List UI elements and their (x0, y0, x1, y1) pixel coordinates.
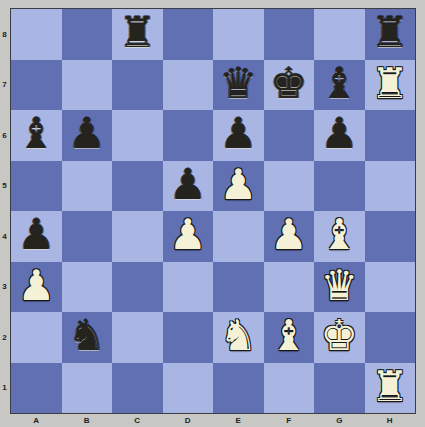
chess-board: ♜♜♛♚♝♜♝♟♟♟♟♟♟♟♟♝♟♛♞♞♝♚♜ (10, 8, 416, 414)
square-c5[interactable] (112, 161, 163, 212)
square-e8[interactable] (213, 9, 264, 60)
white-pawn-f4[interactable]: ♟ (270, 214, 308, 256)
square-a6[interactable]: ♝ (11, 110, 62, 161)
square-h5[interactable] (365, 161, 416, 212)
square-e5[interactable]: ♟ (213, 161, 264, 212)
square-f8[interactable] (264, 9, 315, 60)
square-h2[interactable] (365, 312, 416, 363)
square-g3[interactable]: ♛ (314, 262, 365, 313)
square-h6[interactable] (365, 110, 416, 161)
square-d7[interactable] (163, 60, 214, 111)
black-pawn-d5[interactable]: ♟ (169, 164, 207, 206)
square-e3[interactable] (213, 262, 264, 313)
white-bishop-f2[interactable]: ♝ (270, 315, 308, 357)
square-e4[interactable] (213, 211, 264, 262)
square-d1[interactable] (163, 363, 214, 414)
square-a5[interactable] (11, 161, 62, 212)
white-pawn-e5[interactable]: ♟ (219, 164, 257, 206)
square-h1[interactable]: ♜ (365, 363, 416, 414)
square-c7[interactable] (112, 60, 163, 111)
square-h4[interactable] (365, 211, 416, 262)
square-d8[interactable] (163, 9, 214, 60)
square-b5[interactable] (62, 161, 113, 212)
white-pawn-a3[interactable]: ♟ (17, 265, 55, 307)
black-pawn-b6[interactable]: ♟ (68, 113, 106, 155)
white-queen-g3[interactable]: ♛ (320, 265, 358, 307)
square-g5[interactable] (314, 161, 365, 212)
file-labels: ABCDEFGH (11, 413, 415, 427)
square-f2[interactable]: ♝ (264, 312, 315, 363)
file-label-f: F (264, 413, 315, 427)
square-d5[interactable]: ♟ (163, 161, 214, 212)
square-e1[interactable] (213, 363, 264, 414)
rank-label-8: 8 (0, 9, 9, 60)
square-b6[interactable]: ♟ (62, 110, 113, 161)
square-g4[interactable]: ♝ (314, 211, 365, 262)
white-rook-h1[interactable]: ♜ (371, 366, 409, 408)
square-c6[interactable] (112, 110, 163, 161)
file-label-g: G (314, 413, 365, 427)
square-b3[interactable] (62, 262, 113, 313)
file-label-e: E (213, 413, 264, 427)
square-b2[interactable]: ♞ (62, 312, 113, 363)
square-a7[interactable] (11, 60, 62, 111)
square-a3[interactable]: ♟ (11, 262, 62, 313)
black-king-f7[interactable]: ♚ (270, 63, 308, 105)
square-d4[interactable]: ♟ (163, 211, 214, 262)
rank-label-6: 6 (0, 110, 9, 161)
square-d2[interactable] (163, 312, 214, 363)
square-d6[interactable] (163, 110, 214, 161)
square-b8[interactable] (62, 9, 113, 60)
file-label-a: A (11, 413, 62, 427)
file-label-h: H (365, 413, 416, 427)
square-e2[interactable]: ♞ (213, 312, 264, 363)
square-c2[interactable] (112, 312, 163, 363)
black-queen-e7[interactable]: ♛ (219, 63, 257, 105)
square-h7[interactable]: ♜ (365, 60, 416, 111)
white-pawn-d4[interactable]: ♟ (169, 214, 207, 256)
black-pawn-a4[interactable]: ♟ (17, 214, 55, 256)
square-d3[interactable] (163, 262, 214, 313)
square-a4[interactable]: ♟ (11, 211, 62, 262)
rank-label-4: 4 (0, 211, 9, 262)
square-g7[interactable]: ♝ (314, 60, 365, 111)
square-f5[interactable] (264, 161, 315, 212)
white-rook-h7[interactable]: ♜ (371, 63, 409, 105)
black-pawn-g6[interactable]: ♟ (320, 113, 358, 155)
square-a2[interactable] (11, 312, 62, 363)
black-pawn-e6[interactable]: ♟ (219, 113, 257, 155)
square-g1[interactable] (314, 363, 365, 414)
file-label-c: C (112, 413, 163, 427)
square-a1[interactable] (11, 363, 62, 414)
black-rook-h8[interactable]: ♜ (371, 12, 409, 54)
square-c4[interactable] (112, 211, 163, 262)
black-bishop-a6[interactable]: ♝ (17, 113, 55, 155)
square-e6[interactable]: ♟ (213, 110, 264, 161)
black-rook-c8[interactable]: ♜ (118, 12, 156, 54)
black-knight-b2[interactable]: ♞ (68, 315, 106, 357)
square-c8[interactable]: ♜ (112, 9, 163, 60)
square-h8[interactable]: ♜ (365, 9, 416, 60)
rank-label-2: 2 (0, 312, 9, 363)
rank-label-3: 3 (0, 262, 9, 313)
square-g8[interactable] (314, 9, 365, 60)
board-frame: 87654321 ♜♜♛♚♝♜♝♟♟♟♟♟♟♟♟♝♟♛♞♞♝♚♜ ABCDEFG… (0, 0, 425, 427)
square-g6[interactable]: ♟ (314, 110, 365, 161)
square-e7[interactable]: ♛ (213, 60, 264, 111)
square-c3[interactable] (112, 262, 163, 313)
square-f1[interactable] (264, 363, 315, 414)
square-b1[interactable] (62, 363, 113, 414)
rank-label-7: 7 (0, 60, 9, 111)
rank-label-1: 1 (0, 363, 9, 414)
square-b4[interactable] (62, 211, 113, 262)
white-bishop-g4[interactable]: ♝ (320, 214, 358, 256)
file-label-b: B (62, 413, 113, 427)
black-bishop-g7[interactable]: ♝ (320, 63, 358, 105)
file-label-d: D (163, 413, 214, 427)
square-f4[interactable]: ♟ (264, 211, 315, 262)
white-king-g2[interactable]: ♚ (320, 315, 358, 357)
square-h3[interactable] (365, 262, 416, 313)
square-b7[interactable] (62, 60, 113, 111)
white-knight-e2[interactable]: ♞ (219, 315, 257, 357)
rank-labels: 87654321 (0, 9, 9, 413)
square-g2[interactable]: ♚ (314, 312, 365, 363)
square-f7[interactable]: ♚ (264, 60, 315, 111)
square-f3[interactable] (264, 262, 315, 313)
square-c1[interactable] (112, 363, 163, 414)
rank-label-5: 5 (0, 161, 9, 212)
square-a8[interactable] (11, 9, 62, 60)
square-f6[interactable] (264, 110, 315, 161)
